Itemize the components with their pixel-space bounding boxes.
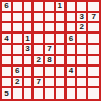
sudoku-cell-r3c7[interactable] [67,23,78,34]
sudoku-cell-r4c7: 6 [67,34,78,45]
sudoku-cell-r4c2[interactable] [13,34,24,45]
sudoku-cell-r2c9: 7 [88,13,99,24]
sudoku-cell-r4c6[interactable] [56,34,67,45]
sudoku-board: 61372416372864275 [0,0,101,101]
sudoku-cell-r1c2[interactable] [13,2,24,13]
sudoku-cell-r4c9[interactable] [88,34,99,45]
sudoku-cell-r2c5[interactable] [45,13,56,24]
sudoku-cell-r5c6[interactable] [56,45,67,56]
sudoku-cell-r1c7[interactable] [67,2,78,13]
sudoku-cell-r8c6[interactable] [56,78,67,89]
sudoku-cell-r1c4[interactable] [34,2,45,13]
sudoku-cell-r2c7[interactable] [67,13,78,24]
sudoku-cell-r7c3[interactable] [24,67,35,78]
sudoku-cell-r3c3[interactable] [24,23,35,34]
sudoku-cell-r7c9[interactable] [88,67,99,78]
sudoku-cell-r6c6[interactable] [56,56,67,67]
sudoku-cell-r7c1[interactable] [2,67,13,78]
sudoku-cell-r3c8: 2 [77,23,88,34]
sudoku-cell-r9c4[interactable] [34,88,45,99]
sudoku-cell-r3c1[interactable] [2,23,13,34]
sudoku-cell-r6c3[interactable] [24,56,35,67]
sudoku-cell-r9c6[interactable] [56,88,67,99]
sudoku-cell-r5c2[interactable] [13,45,24,56]
sudoku-cell-r9c2[interactable] [13,88,24,99]
sudoku-cell-r7c4[interactable] [34,67,45,78]
sudoku-cell-r9c8[interactable] [77,88,88,99]
sudoku-cell-r1c6: 1 [56,2,67,13]
sudoku-cell-r8c1[interactable] [2,78,13,89]
sudoku-cell-r8c2: 2 [13,78,24,89]
sudoku-cell-r5c8[interactable] [77,45,88,56]
sudoku-cell-r8c4: 7 [34,78,45,89]
sudoku-cell-r6c1[interactable] [2,56,13,67]
sudoku-cell-r6c7[interactable] [67,56,78,67]
sudoku-cell-r9c7[interactable] [67,88,78,99]
sudoku-cell-r7c2: 6 [13,67,24,78]
sudoku-cell-r5c1[interactable] [2,45,13,56]
sudoku-cell-r3c6[interactable] [56,23,67,34]
sudoku-cell-r7c6[interactable] [56,67,67,78]
sudoku-cell-r4c8[interactable] [77,34,88,45]
sudoku-cell-r3c4[interactable] [34,23,45,34]
sudoku-cell-r6c8[interactable] [77,56,88,67]
sudoku-cell-r6c2[interactable] [13,56,24,67]
sudoku-cell-r2c6[interactable] [56,13,67,24]
sudoku-cell-r6c9[interactable] [88,56,99,67]
sudoku-cell-r6c5: 8 [45,56,56,67]
sudoku-cell-r8c9[interactable] [88,78,99,89]
sudoku-cell-r8c3[interactable] [24,78,35,89]
sudoku-cell-r8c7[interactable] [67,78,78,89]
sudoku-cell-r1c1: 6 [2,2,13,13]
sudoku-cell-r1c5[interactable] [45,2,56,13]
sudoku-cell-r3c5[interactable] [45,23,56,34]
sudoku-cell-r5c3: 3 [24,45,35,56]
sudoku-cell-r7c7: 4 [67,67,78,78]
sudoku-cell-r8c8[interactable] [77,78,88,89]
sudoku-cell-r9c3[interactable] [24,88,35,99]
sudoku-cell-r7c5[interactable] [45,67,56,78]
sudoku-cell-r2c4[interactable] [34,13,45,24]
sudoku-cell-r5c7[interactable] [67,45,78,56]
sudoku-cell-r4c4[interactable] [34,34,45,45]
sudoku-cell-r3c2[interactable] [13,23,24,34]
sudoku-cell-r2c3[interactable] [24,13,35,24]
sudoku-cell-r8c5[interactable] [45,78,56,89]
sudoku-cell-r1c3[interactable] [24,2,35,13]
sudoku-cell-r4c1: 4 [2,34,13,45]
sudoku-cell-r7c8[interactable] [77,67,88,78]
sudoku-cell-r6c4: 2 [34,56,45,67]
sudoku-cell-r9c9[interactable] [88,88,99,99]
sudoku-cell-r2c1[interactable] [2,13,13,24]
sudoku-cell-r9c5[interactable] [45,88,56,99]
sudoku-cell-r5c9[interactable] [88,45,99,56]
sudoku-cell-r3c9[interactable] [88,23,99,34]
sudoku-cell-r9c1: 5 [2,88,13,99]
sudoku-cell-r2c2[interactable] [13,13,24,24]
